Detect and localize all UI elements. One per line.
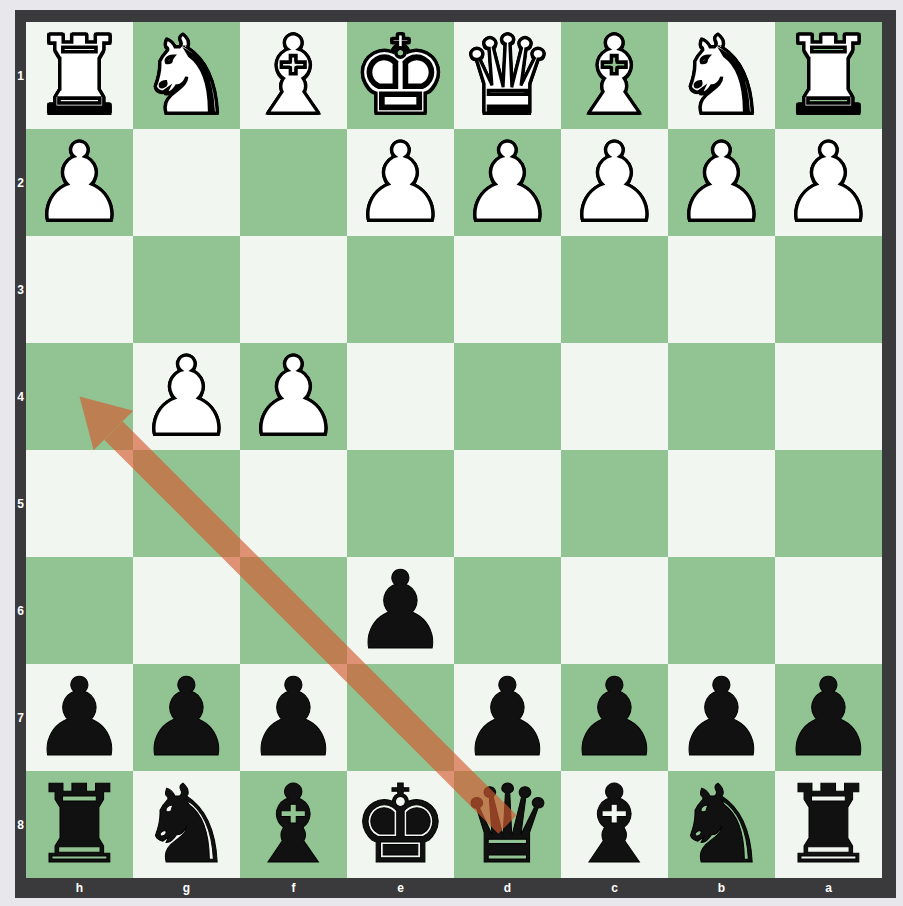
black-pawn[interactable]: ♟ [459, 664, 556, 772]
square-h1[interactable]: ♜ [26, 22, 133, 129]
square-h5[interactable] [26, 450, 133, 557]
file-label-f: f [240, 878, 347, 898]
black-bishop[interactable]: ♝ [245, 771, 342, 879]
square-g4[interactable]: ♟ [133, 343, 240, 450]
square-a2[interactable]: ♟ [775, 129, 882, 236]
white-queen[interactable]: ♛ [459, 22, 556, 130]
black-rook[interactable]: ♜ [31, 771, 128, 879]
square-b4[interactable] [668, 343, 775, 450]
rank-label-8: 8 [15, 771, 26, 878]
black-pawn[interactable]: ♟ [245, 664, 342, 772]
square-a8[interactable]: ♜ [775, 771, 882, 878]
white-pawn[interactable]: ♟ [138, 343, 235, 451]
square-c1[interactable]: ♝ [561, 22, 668, 129]
square-g6[interactable] [133, 557, 240, 664]
white-rook[interactable]: ♜ [31, 22, 128, 130]
square-a7[interactable]: ♟ [775, 664, 882, 771]
file-label-a: a [775, 878, 882, 898]
square-a4[interactable] [775, 343, 882, 450]
square-b8[interactable]: ♞ [668, 771, 775, 878]
black-knight[interactable]: ♞ [673, 771, 770, 879]
square-a6[interactable] [775, 557, 882, 664]
square-f8[interactable]: ♝ [240, 771, 347, 878]
black-pawn[interactable]: ♟ [673, 664, 770, 772]
rank-label-2: 2 [15, 129, 26, 236]
square-f4[interactable]: ♟ [240, 343, 347, 450]
square-g1[interactable]: ♞ [133, 22, 240, 129]
square-d2[interactable]: ♟ [454, 129, 561, 236]
white-pawn[interactable]: ♟ [352, 129, 449, 237]
white-pawn[interactable]: ♟ [245, 343, 342, 451]
black-pawn[interactable]: ♟ [352, 557, 449, 665]
square-d5[interactable] [454, 450, 561, 557]
white-bishop[interactable]: ♝ [566, 22, 663, 130]
square-e3[interactable] [347, 236, 454, 343]
black-king[interactable]: ♚ [352, 771, 449, 879]
square-f1[interactable]: ♝ [240, 22, 347, 129]
square-c2[interactable]: ♟ [561, 129, 668, 236]
board-frame: ♜♞♝♚♛♝♞♜♟♟♟♟♟♟♟♟♟♟♟♟♟♟♟♟♜♞♝♚♛♝♞♜ 1234567… [15, 10, 896, 898]
white-pawn[interactable]: ♟ [780, 129, 877, 237]
white-knight[interactable]: ♞ [138, 22, 235, 130]
square-d6[interactable] [454, 557, 561, 664]
file-label-c: c [561, 878, 668, 898]
square-c5[interactable] [561, 450, 668, 557]
square-f2[interactable] [240, 129, 347, 236]
file-label-e: e [347, 878, 454, 898]
file-label-g: g [133, 878, 240, 898]
square-f6[interactable] [240, 557, 347, 664]
black-pawn[interactable]: ♟ [780, 664, 877, 772]
square-e5[interactable] [347, 450, 454, 557]
square-h8[interactable]: ♜ [26, 771, 133, 878]
rank-label-3: 3 [15, 236, 26, 343]
square-d3[interactable] [454, 236, 561, 343]
black-queen[interactable]: ♛ [459, 771, 556, 879]
square-b5[interactable] [668, 450, 775, 557]
square-c8[interactable]: ♝ [561, 771, 668, 878]
square-e7[interactable] [347, 664, 454, 771]
rank-label-5: 5 [15, 450, 26, 557]
rank-label-6: 6 [15, 557, 26, 664]
white-bishop[interactable]: ♝ [245, 22, 342, 130]
square-h6[interactable] [26, 557, 133, 664]
rank-label-1: 1 [15, 22, 26, 129]
rank-label-4: 4 [15, 343, 26, 450]
square-h2[interactable]: ♟ [26, 129, 133, 236]
white-rook[interactable]: ♜ [780, 22, 877, 130]
square-d7[interactable]: ♟ [454, 664, 561, 771]
square-e2[interactable]: ♟ [347, 129, 454, 236]
square-h3[interactable] [26, 236, 133, 343]
square-g8[interactable]: ♞ [133, 771, 240, 878]
rank-label-7: 7 [15, 664, 26, 771]
file-label-d: d [454, 878, 561, 898]
chess-board: ♜♞♝♚♛♝♞♜♟♟♟♟♟♟♟♟♟♟♟♟♟♟♟♟♜♞♝♚♛♝♞♜ [26, 22, 882, 878]
white-pawn[interactable]: ♟ [673, 129, 770, 237]
square-a1[interactable]: ♜ [775, 22, 882, 129]
file-label-h: h [26, 878, 133, 898]
file-label-b: b [668, 878, 775, 898]
square-a5[interactable] [775, 450, 882, 557]
square-f5[interactable] [240, 450, 347, 557]
black-pawn[interactable]: ♟ [566, 664, 663, 772]
square-d1[interactable]: ♛ [454, 22, 561, 129]
square-c7[interactable]: ♟ [561, 664, 668, 771]
square-c4[interactable] [561, 343, 668, 450]
square-e8[interactable]: ♚ [347, 771, 454, 878]
black-rook[interactable]: ♜ [780, 771, 877, 879]
white-pawn[interactable]: ♟ [31, 129, 128, 237]
square-g2[interactable] [133, 129, 240, 236]
square-f3[interactable] [240, 236, 347, 343]
square-b7[interactable]: ♟ [668, 664, 775, 771]
white-pawn[interactable]: ♟ [566, 129, 663, 237]
square-g5[interactable] [133, 450, 240, 557]
square-f7[interactable]: ♟ [240, 664, 347, 771]
square-g7[interactable]: ♟ [133, 664, 240, 771]
square-c6[interactable] [561, 557, 668, 664]
black-pawn[interactable]: ♟ [31, 664, 128, 772]
square-e1[interactable]: ♚ [347, 22, 454, 129]
square-e6[interactable]: ♟ [347, 557, 454, 664]
square-b6[interactable] [668, 557, 775, 664]
square-e4[interactable] [347, 343, 454, 450]
square-h4[interactable] [26, 343, 133, 450]
square-h7[interactable]: ♟ [26, 664, 133, 771]
white-knight[interactable]: ♞ [673, 22, 770, 130]
square-g3[interactable] [133, 236, 240, 343]
square-d8[interactable]: ♛ [454, 771, 561, 878]
square-a3[interactable] [775, 236, 882, 343]
square-b3[interactable] [668, 236, 775, 343]
black-knight[interactable]: ♞ [138, 771, 235, 879]
black-pawn[interactable]: ♟ [138, 664, 235, 772]
square-d4[interactable] [454, 343, 561, 450]
white-king[interactable]: ♚ [352, 22, 449, 130]
square-b2[interactable]: ♟ [668, 129, 775, 236]
square-c3[interactable] [561, 236, 668, 343]
black-bishop[interactable]: ♝ [566, 771, 663, 879]
white-pawn[interactable]: ♟ [459, 129, 556, 237]
square-b1[interactable]: ♞ [668, 22, 775, 129]
